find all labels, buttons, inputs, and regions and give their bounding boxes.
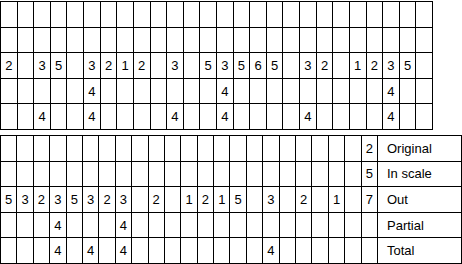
grid-cell bbox=[234, 28, 250, 53]
grid-cell: 4 bbox=[84, 104, 100, 129]
grid-cell: 5 bbox=[230, 187, 245, 212]
grid-cell bbox=[17, 238, 32, 263]
grid-cell bbox=[333, 2, 349, 27]
grid-cell bbox=[198, 213, 213, 238]
grid-cell bbox=[345, 136, 360, 161]
grid-cell bbox=[1, 104, 17, 129]
grid-cell bbox=[101, 79, 117, 104]
grid-cell bbox=[267, 2, 283, 27]
grid-cell bbox=[34, 213, 49, 238]
grid-cell bbox=[50, 162, 65, 187]
grid-cell bbox=[1, 213, 16, 238]
grid-cell: 3 bbox=[116, 187, 131, 212]
grid-cell bbox=[67, 136, 82, 161]
grid-cell bbox=[329, 238, 344, 263]
grid-cell bbox=[116, 162, 131, 187]
grid-cell bbox=[1, 162, 16, 187]
grid-cell bbox=[416, 79, 432, 104]
grid-cell bbox=[333, 79, 349, 104]
grid-cell bbox=[84, 28, 100, 53]
grid-cell: 4 bbox=[167, 104, 183, 129]
grid-cell bbox=[1, 238, 16, 263]
grid-cell bbox=[67, 162, 82, 187]
grid-cell bbox=[34, 136, 49, 161]
grid-cell bbox=[149, 213, 164, 238]
grid-cell: 1 bbox=[117, 53, 133, 78]
grid-cell: 5 bbox=[1, 187, 16, 212]
grid-cell bbox=[34, 162, 49, 187]
grid-cell bbox=[67, 238, 82, 263]
row-label: Total bbox=[378, 238, 461, 263]
grid-cell: 5 bbox=[362, 162, 377, 187]
grid-cell bbox=[165, 213, 180, 238]
grid-cell: 4 bbox=[84, 79, 100, 104]
grid-cell bbox=[181, 238, 196, 263]
grid-cell: 2 bbox=[1, 53, 17, 78]
grid-cell: 5 bbox=[234, 53, 250, 78]
grid-cell bbox=[165, 136, 180, 161]
grid-cell bbox=[267, 79, 283, 104]
grid-cell bbox=[1, 136, 16, 161]
grid-cell bbox=[101, 2, 117, 27]
grid-cell bbox=[181, 136, 196, 161]
grid-cell bbox=[296, 213, 311, 238]
grid-cell bbox=[18, 79, 34, 104]
grid-cell bbox=[333, 28, 349, 53]
grid-cell bbox=[198, 136, 213, 161]
grid-cell bbox=[283, 79, 299, 104]
grid-cell bbox=[345, 213, 360, 238]
grid-cell bbox=[312, 238, 327, 263]
grid-cell bbox=[317, 104, 333, 129]
grid-cell bbox=[17, 213, 32, 238]
grid-cell: 3 bbox=[217, 53, 233, 78]
grid-cell bbox=[345, 238, 360, 263]
grid-cell: 4 bbox=[83, 238, 98, 263]
grid-cell bbox=[400, 79, 416, 104]
grid-cell bbox=[230, 213, 245, 238]
grid-cell bbox=[99, 162, 114, 187]
grid-cell bbox=[200, 79, 216, 104]
grid-cell bbox=[83, 136, 98, 161]
grid-cell bbox=[317, 2, 333, 27]
grid-cell bbox=[345, 187, 360, 212]
grid-cell bbox=[67, 2, 83, 27]
row-label: Original bbox=[378, 136, 461, 161]
grid-cell bbox=[312, 213, 327, 238]
grid-cell bbox=[181, 162, 196, 187]
grid-cell bbox=[329, 213, 344, 238]
grid-cell bbox=[34, 79, 50, 104]
grid-cell bbox=[350, 2, 366, 27]
grid-cell bbox=[400, 2, 416, 27]
grid-cell bbox=[34, 28, 50, 53]
grid-cell bbox=[234, 104, 250, 129]
grid-cell bbox=[280, 238, 295, 263]
grid-cell bbox=[280, 213, 295, 238]
grid-cell bbox=[167, 2, 183, 27]
grid-cell: 4 bbox=[383, 104, 399, 129]
grid-cell bbox=[117, 28, 133, 53]
grid-cell bbox=[34, 238, 49, 263]
grid-cell: 4 bbox=[217, 104, 233, 129]
grid-cell bbox=[247, 213, 262, 238]
grid-cell bbox=[280, 162, 295, 187]
grid-cell bbox=[333, 53, 349, 78]
grid-cell bbox=[1, 2, 17, 27]
grid-cell bbox=[214, 162, 229, 187]
grid-cell: 2 bbox=[134, 53, 150, 78]
grid-cell bbox=[367, 2, 383, 27]
grid-cell: 2 bbox=[34, 187, 49, 212]
grid-cell bbox=[333, 104, 349, 129]
grid-cell bbox=[165, 238, 180, 263]
grid-cell bbox=[367, 28, 383, 53]
grid-cell: 4 bbox=[116, 238, 131, 263]
grid-cell bbox=[247, 162, 262, 187]
grid-cell: 2 bbox=[296, 187, 311, 212]
grid-cell bbox=[263, 136, 278, 161]
grid-cell bbox=[312, 162, 327, 187]
grid-cell bbox=[234, 79, 250, 104]
grid-cell bbox=[200, 28, 216, 53]
grid-cell: 4 bbox=[50, 238, 65, 263]
grid-cell bbox=[416, 28, 432, 53]
grid-cell bbox=[17, 136, 32, 161]
grid-cell: 1 bbox=[181, 187, 196, 212]
grid-cell bbox=[214, 136, 229, 161]
grid-cell bbox=[362, 213, 377, 238]
grid-cell bbox=[263, 162, 278, 187]
grid-cell bbox=[117, 79, 133, 104]
grid-cell bbox=[350, 104, 366, 129]
grid-cell bbox=[101, 28, 117, 53]
grid-cell bbox=[329, 136, 344, 161]
grid-cell: 2 bbox=[198, 187, 213, 212]
grid-cell bbox=[17, 162, 32, 187]
grid-cell bbox=[250, 2, 266, 27]
grid-cell: 3 bbox=[84, 53, 100, 78]
grid-cell: 1 bbox=[329, 187, 344, 212]
grid-cell: 4 bbox=[34, 104, 50, 129]
grid-cell bbox=[18, 28, 34, 53]
grid-cell bbox=[362, 238, 377, 263]
grid-cell bbox=[151, 104, 167, 129]
grid-cell bbox=[230, 136, 245, 161]
grid-cell bbox=[198, 238, 213, 263]
grid-cell bbox=[200, 2, 216, 27]
grid-cell bbox=[367, 104, 383, 129]
row-label: In scale bbox=[378, 162, 461, 187]
grid-cell bbox=[184, 104, 200, 129]
grid-cell bbox=[283, 2, 299, 27]
grid-cell bbox=[134, 104, 150, 129]
grid-cell bbox=[283, 28, 299, 53]
grid-cell: 5 bbox=[51, 53, 67, 78]
grid-cell bbox=[383, 2, 399, 27]
grid-cell bbox=[67, 53, 83, 78]
grid-cell: 2 bbox=[367, 53, 383, 78]
grid-cell bbox=[84, 2, 100, 27]
grid-cell bbox=[184, 28, 200, 53]
grid-cell bbox=[267, 104, 283, 129]
grid-cell bbox=[117, 2, 133, 27]
grid-cell bbox=[132, 238, 147, 263]
grid-cell bbox=[51, 79, 67, 104]
grid-cell bbox=[234, 2, 250, 27]
grid-cell bbox=[83, 213, 98, 238]
grid-cell bbox=[165, 187, 180, 212]
grid-cell bbox=[50, 136, 65, 161]
grid-cell bbox=[184, 53, 200, 78]
grid-cell bbox=[116, 136, 131, 161]
grid-cell bbox=[167, 28, 183, 53]
grid-cell bbox=[400, 104, 416, 129]
grid-cell bbox=[99, 136, 114, 161]
grid-cell bbox=[247, 136, 262, 161]
grid-cell: 3 bbox=[300, 53, 316, 78]
grid-cell bbox=[67, 104, 83, 129]
grid-cell: 6 bbox=[250, 53, 266, 78]
grid-cell bbox=[1, 79, 17, 104]
grid-cell bbox=[300, 2, 316, 27]
grid-cell: 3 bbox=[50, 187, 65, 212]
grid-cell bbox=[151, 28, 167, 53]
grid-cell: 4 bbox=[217, 79, 233, 104]
grid-cell bbox=[283, 104, 299, 129]
grid-cell bbox=[350, 28, 366, 53]
grid-cell: 2 bbox=[99, 187, 114, 212]
grid-cell bbox=[151, 2, 167, 27]
grid-cell: 4 bbox=[116, 213, 131, 238]
grid-cell bbox=[263, 213, 278, 238]
grid-cell bbox=[184, 79, 200, 104]
grid-cell bbox=[51, 28, 67, 53]
grid-cell: 3 bbox=[167, 53, 183, 78]
grid-cell bbox=[99, 213, 114, 238]
grid-cell bbox=[132, 213, 147, 238]
grid-cell: 3 bbox=[83, 187, 98, 212]
grid-cell: 4 bbox=[263, 238, 278, 263]
grid-cell: 3 bbox=[34, 53, 50, 78]
grid-cell bbox=[416, 2, 432, 27]
grid-cell bbox=[214, 238, 229, 263]
grid-cell: 2 bbox=[101, 53, 117, 78]
grid-cell: 3 bbox=[263, 187, 278, 212]
grid-cell bbox=[134, 28, 150, 53]
grid-cell: 2 bbox=[317, 53, 333, 78]
grid-cell: 3 bbox=[17, 187, 32, 212]
grid-cell: 2 bbox=[362, 136, 377, 161]
grid-cell bbox=[67, 213, 82, 238]
grid-cell bbox=[18, 2, 34, 27]
grid-cell: 5 bbox=[267, 53, 283, 78]
grid-cell bbox=[134, 79, 150, 104]
grid-cell bbox=[149, 136, 164, 161]
grid-cell bbox=[280, 136, 295, 161]
top-grid: 2353212353565321235444444444 bbox=[0, 1, 433, 130]
bottom-grid: 2Original5In scale53235323212153217Out44… bbox=[0, 135, 462, 264]
grid-cell bbox=[300, 79, 316, 104]
grid-cell: 1 bbox=[214, 187, 229, 212]
grid-cell bbox=[267, 28, 283, 53]
grid-cell bbox=[132, 162, 147, 187]
grid-cell bbox=[317, 28, 333, 53]
grid-cell bbox=[200, 104, 216, 129]
grid-cell bbox=[296, 162, 311, 187]
grid-cell: 5 bbox=[400, 53, 416, 78]
grid-cell: 4 bbox=[383, 79, 399, 104]
grid-cell bbox=[416, 53, 432, 78]
grid-cell bbox=[296, 238, 311, 263]
grid-cell bbox=[167, 79, 183, 104]
grid-cell bbox=[400, 28, 416, 53]
grid-cell bbox=[151, 79, 167, 104]
grid-cell: 2 bbox=[149, 187, 164, 212]
grid-cell: 5 bbox=[67, 187, 82, 212]
grid-cell bbox=[18, 104, 34, 129]
grid-cell bbox=[217, 28, 233, 53]
grid-cell bbox=[149, 162, 164, 187]
grid-cell bbox=[250, 28, 266, 53]
grid-cell bbox=[117, 104, 133, 129]
grid-cell bbox=[329, 162, 344, 187]
grid-cell bbox=[51, 2, 67, 27]
grid-cell bbox=[149, 238, 164, 263]
grid-cell: 5 bbox=[200, 53, 216, 78]
grid-cell bbox=[280, 187, 295, 212]
grid-cell bbox=[250, 104, 266, 129]
grid-cell bbox=[247, 187, 262, 212]
grid-cell bbox=[416, 104, 432, 129]
grid-cell bbox=[217, 2, 233, 27]
grid-cell bbox=[132, 136, 147, 161]
grid-cell: 3 bbox=[383, 53, 399, 78]
grid-cell bbox=[345, 162, 360, 187]
grid-cell bbox=[312, 136, 327, 161]
grid-cell bbox=[230, 238, 245, 263]
grid-cell bbox=[67, 28, 83, 53]
grid-cell bbox=[367, 79, 383, 104]
grid-cell bbox=[317, 79, 333, 104]
grid-cell bbox=[247, 238, 262, 263]
grid-cell bbox=[230, 162, 245, 187]
row-label: Partial bbox=[378, 213, 461, 238]
grid-cell bbox=[101, 104, 117, 129]
grid-cell bbox=[300, 28, 316, 53]
grid-cell bbox=[296, 136, 311, 161]
grid-cell bbox=[51, 104, 67, 129]
row-label: Out bbox=[378, 187, 461, 212]
grid-cell bbox=[181, 213, 196, 238]
grid-cell bbox=[83, 162, 98, 187]
grid-cell bbox=[312, 187, 327, 212]
grid-cell: 4 bbox=[300, 104, 316, 129]
grid-cell bbox=[383, 28, 399, 53]
grid-cell bbox=[283, 53, 299, 78]
grid-cell: 1 bbox=[350, 53, 366, 78]
grid-cell bbox=[198, 162, 213, 187]
grid-cell bbox=[67, 79, 83, 104]
grid-cell bbox=[151, 53, 167, 78]
grid-cell bbox=[1, 28, 17, 53]
grid-cell bbox=[134, 2, 150, 27]
grid-cell: 7 bbox=[362, 187, 377, 212]
grid-cell bbox=[250, 79, 266, 104]
grid-cell bbox=[350, 79, 366, 104]
grid-cell bbox=[132, 187, 147, 212]
grid-cell bbox=[214, 213, 229, 238]
grid-cell bbox=[99, 238, 114, 263]
grid-cell: 4 bbox=[50, 213, 65, 238]
grid-cell bbox=[34, 2, 50, 27]
grid-cell bbox=[18, 53, 34, 78]
grid-cell bbox=[184, 2, 200, 27]
grid-cell bbox=[165, 162, 180, 187]
